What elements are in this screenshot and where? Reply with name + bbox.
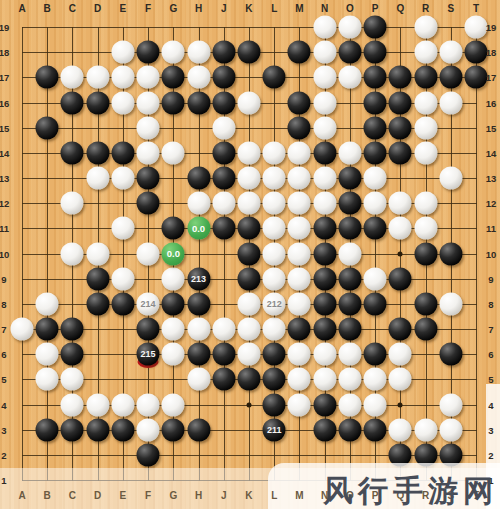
black-stone xyxy=(338,41,361,64)
coord-letter-bottom: K xyxy=(245,490,252,501)
black-stone xyxy=(86,292,109,315)
white-stone xyxy=(237,141,260,164)
white-stone xyxy=(313,343,336,366)
black-stone xyxy=(364,116,387,139)
move-number-label: 213 xyxy=(191,274,206,283)
coord-number-right: 9 xyxy=(488,273,493,284)
white-stone xyxy=(263,242,286,265)
white-stone xyxy=(162,343,185,366)
white-stone xyxy=(263,141,286,164)
black-stone xyxy=(263,393,286,416)
white-stone xyxy=(364,368,387,391)
black-stone xyxy=(464,66,487,89)
black-stone xyxy=(364,418,387,441)
black-stone xyxy=(364,41,387,64)
white-stone xyxy=(61,393,84,416)
black-stone xyxy=(86,267,109,290)
black-stone xyxy=(313,267,336,290)
white-stone xyxy=(414,217,437,240)
white-stone xyxy=(137,393,160,416)
white-stone xyxy=(288,368,311,391)
coord-number-left: 12 xyxy=(0,198,9,209)
white-stone xyxy=(439,91,462,114)
go-board-screenshot: 2112122132142150.00.0 AABBCCDDEEFFGGHHJJ… xyxy=(0,0,500,509)
coord-number-right: 12 xyxy=(486,198,497,209)
black-stone xyxy=(162,91,185,114)
black-stone xyxy=(389,318,412,341)
coord-letter-bottom: H xyxy=(195,490,202,501)
hoshi-point xyxy=(246,402,251,407)
black-stone xyxy=(187,167,210,190)
white-stone xyxy=(439,167,462,190)
white-stone xyxy=(137,242,160,265)
black-stone xyxy=(364,292,387,315)
score-marker-label: 0.0 xyxy=(192,224,205,234)
white-stone xyxy=(414,418,437,441)
black-stone-move-213: 213 xyxy=(187,267,210,290)
white-stone xyxy=(187,318,210,341)
white-stone xyxy=(439,418,462,441)
coord-number-right: 16 xyxy=(486,97,497,108)
white-stone xyxy=(237,91,260,114)
coord-number-right: 3 xyxy=(488,424,493,435)
black-stone xyxy=(313,292,336,315)
white-stone xyxy=(162,393,185,416)
black-stone xyxy=(36,66,59,89)
black-stone xyxy=(364,141,387,164)
black-stone xyxy=(288,91,311,114)
black-stone xyxy=(313,217,336,240)
white-stone xyxy=(137,66,160,89)
black-stone xyxy=(137,318,160,341)
black-stone xyxy=(187,292,210,315)
white-stone xyxy=(111,41,134,64)
white-stone xyxy=(414,116,437,139)
black-stone xyxy=(187,91,210,114)
black-stone xyxy=(61,91,84,114)
coord-number-right: 11 xyxy=(486,223,496,234)
white-stone xyxy=(389,368,412,391)
coord-letter-top: C xyxy=(69,3,76,14)
white-stone xyxy=(212,116,235,139)
black-stone xyxy=(212,343,235,366)
black-stone xyxy=(338,192,361,215)
white-stone xyxy=(111,393,134,416)
coord-number-right: 2 xyxy=(488,449,493,460)
black-stone xyxy=(61,318,84,341)
black-stone xyxy=(212,91,235,114)
watermark-text: 风行手游网 xyxy=(323,471,498,509)
black-stone-move-211: 211 xyxy=(263,418,286,441)
white-stone xyxy=(439,393,462,416)
white-stone xyxy=(313,16,336,39)
white-stone xyxy=(439,292,462,315)
white-stone xyxy=(263,267,286,290)
white-stone xyxy=(11,318,34,341)
white-stone xyxy=(137,116,160,139)
coord-number-right: 19 xyxy=(486,22,497,33)
white-stone xyxy=(288,141,311,164)
coord-letter-top: M xyxy=(295,3,303,14)
white-stone xyxy=(237,318,260,341)
black-stone xyxy=(237,217,260,240)
white-stone xyxy=(313,66,336,89)
coord-letter-bottom: E xyxy=(120,490,127,501)
white-stone xyxy=(137,141,160,164)
black-stone xyxy=(364,91,387,114)
black-stone xyxy=(187,343,210,366)
white-stone xyxy=(288,167,311,190)
white-stone xyxy=(237,343,260,366)
coord-number-right: 10 xyxy=(486,248,497,259)
coord-number-left: 18 xyxy=(0,47,9,58)
move-number-label: 214 xyxy=(141,299,156,308)
white-stone xyxy=(313,41,336,64)
black-stone xyxy=(313,318,336,341)
black-stone xyxy=(313,418,336,441)
black-stone xyxy=(389,267,412,290)
white-stone xyxy=(212,318,235,341)
white-stone xyxy=(111,217,134,240)
coord-number-right: 5 xyxy=(488,374,493,385)
white-stone xyxy=(86,167,109,190)
white-stone xyxy=(288,242,311,265)
hoshi-point xyxy=(398,251,403,256)
white-stone xyxy=(313,91,336,114)
coord-number-right: 15 xyxy=(486,122,497,133)
white-stone xyxy=(338,343,361,366)
white-stone xyxy=(414,16,437,39)
white-stone xyxy=(237,167,260,190)
white-stone xyxy=(439,41,462,64)
coord-number-left: 17 xyxy=(0,72,9,83)
black-stone xyxy=(111,292,134,315)
black-stone xyxy=(137,443,160,466)
black-stone xyxy=(439,66,462,89)
coord-number-left: 3 xyxy=(1,424,6,435)
black-stone xyxy=(61,418,84,441)
coord-letter-bottom: A xyxy=(18,490,25,501)
coord-letter-top: B xyxy=(44,3,51,14)
white-stone xyxy=(313,167,336,190)
coord-letter-top: J xyxy=(221,3,227,14)
black-stone xyxy=(338,217,361,240)
white-stone xyxy=(111,91,134,114)
white-stone xyxy=(288,393,311,416)
white-stone xyxy=(61,192,84,215)
coord-letter-top: O xyxy=(346,3,354,14)
white-stone xyxy=(212,192,235,215)
white-stone xyxy=(338,368,361,391)
white-stone xyxy=(263,167,286,190)
black-stone xyxy=(364,217,387,240)
black-stone xyxy=(137,41,160,64)
coord-letter-bottom: L xyxy=(271,490,277,501)
coord-letter-bottom: J xyxy=(221,490,227,501)
white-stone xyxy=(414,91,437,114)
white-stone xyxy=(338,16,361,39)
white-stone-move-214: 214 xyxy=(137,292,160,315)
coord-number-left: 2 xyxy=(1,449,6,460)
black-stone xyxy=(162,418,185,441)
coord-letter-bottom: B xyxy=(44,490,51,501)
black-stone xyxy=(288,318,311,341)
black-stone xyxy=(288,41,311,64)
black-stone xyxy=(414,318,437,341)
white-stone xyxy=(389,217,412,240)
coord-letter-bottom: F xyxy=(145,490,151,501)
white-stone xyxy=(263,217,286,240)
black-stone xyxy=(36,418,59,441)
score-marker-stone: 0.0 xyxy=(187,217,210,240)
black-stone-move-215: 215 xyxy=(137,343,160,366)
black-stone xyxy=(212,217,235,240)
white-stone xyxy=(61,66,84,89)
coord-letter-top: H xyxy=(195,3,202,14)
black-stone xyxy=(439,343,462,366)
white-stone xyxy=(313,192,336,215)
white-stone xyxy=(338,66,361,89)
white-stone xyxy=(187,41,210,64)
white-stone xyxy=(414,41,437,64)
white-stone xyxy=(61,368,84,391)
black-stone xyxy=(389,91,412,114)
coord-number-left: 10 xyxy=(0,248,9,259)
coord-letter-top: R xyxy=(422,3,429,14)
coord-letter-top: F xyxy=(145,3,151,14)
coord-number-left: 1 xyxy=(1,475,6,486)
black-stone xyxy=(338,418,361,441)
white-stone xyxy=(414,141,437,164)
coord-number-left: 4 xyxy=(1,399,6,410)
white-stone xyxy=(364,267,387,290)
black-stone xyxy=(263,66,286,89)
black-stone xyxy=(414,242,437,265)
black-stone xyxy=(338,267,361,290)
black-stone xyxy=(137,167,160,190)
black-stone xyxy=(288,116,311,139)
white-stone xyxy=(162,267,185,290)
white-stone xyxy=(137,418,160,441)
white-stone xyxy=(162,318,185,341)
white-stone xyxy=(187,192,210,215)
white-stone xyxy=(61,242,84,265)
black-stone xyxy=(237,242,260,265)
move-number-label: 211 xyxy=(267,425,282,434)
white-stone xyxy=(364,167,387,190)
coord-number-right: 6 xyxy=(488,349,493,360)
black-stone xyxy=(237,41,260,64)
white-stone xyxy=(288,292,311,315)
black-stone xyxy=(263,368,286,391)
coord-number-right: 13 xyxy=(486,173,497,184)
score-marker-stone: 0.0 xyxy=(162,242,185,265)
white-stone xyxy=(111,66,134,89)
white-stone xyxy=(36,368,59,391)
black-stone xyxy=(364,66,387,89)
coord-number-left: 13 xyxy=(0,173,9,184)
coord-letter-top: P xyxy=(372,3,379,14)
white-stone xyxy=(389,343,412,366)
black-stone xyxy=(36,116,59,139)
coord-letter-top: L xyxy=(271,3,277,14)
black-stone xyxy=(187,418,210,441)
white-stone xyxy=(414,192,437,215)
black-stone xyxy=(162,217,185,240)
coord-number-left: 7 xyxy=(1,324,6,335)
white-stone xyxy=(288,343,311,366)
black-stone xyxy=(414,292,437,315)
coord-letter-bottom: C xyxy=(69,490,76,501)
hoshi-point xyxy=(398,402,403,407)
coord-number-left: 9 xyxy=(1,273,6,284)
white-stone xyxy=(364,393,387,416)
coord-number-left: 14 xyxy=(0,147,9,158)
black-stone xyxy=(111,418,134,441)
white-stone xyxy=(86,66,109,89)
black-stone xyxy=(389,116,412,139)
black-stone xyxy=(237,368,260,391)
coord-letter-top: K xyxy=(245,3,252,14)
white-stone xyxy=(263,318,286,341)
black-stone xyxy=(61,141,84,164)
coord-number-left: 19 xyxy=(0,22,9,33)
score-marker-label: 0.0 xyxy=(167,249,180,259)
white-stone xyxy=(36,343,59,366)
coord-number-left: 16 xyxy=(0,97,9,108)
coord-letter-top: T xyxy=(473,3,479,14)
coord-letter-top: G xyxy=(169,3,177,14)
white-stone xyxy=(237,292,260,315)
black-stone xyxy=(263,343,286,366)
white-stone xyxy=(162,141,185,164)
coord-number-right: 14 xyxy=(486,147,497,158)
black-stone xyxy=(338,318,361,341)
white-stone xyxy=(338,242,361,265)
black-stone xyxy=(212,66,235,89)
white-stone xyxy=(364,192,387,215)
coord-number-right: 7 xyxy=(488,324,493,335)
white-stone xyxy=(288,217,311,240)
white-stone xyxy=(187,66,210,89)
white-stone xyxy=(288,192,311,215)
white-stone xyxy=(187,368,210,391)
coord-letter-top: N xyxy=(321,3,328,14)
black-stone xyxy=(86,141,109,164)
white-stone xyxy=(263,192,286,215)
coord-number-left: 6 xyxy=(1,349,6,360)
coord-letter-bottom: D xyxy=(94,490,101,501)
coord-number-right: 18 xyxy=(486,47,497,58)
black-stone xyxy=(389,141,412,164)
white-stone xyxy=(111,167,134,190)
white-stone xyxy=(389,192,412,215)
black-stone xyxy=(237,267,260,290)
black-stone xyxy=(111,141,134,164)
black-stone xyxy=(162,66,185,89)
black-stone xyxy=(86,418,109,441)
black-stone xyxy=(338,292,361,315)
coord-number-left: 8 xyxy=(1,298,6,309)
coord-number-left: 15 xyxy=(0,122,9,133)
white-stone-move-212: 212 xyxy=(263,292,286,315)
white-stone xyxy=(137,91,160,114)
white-stone xyxy=(338,141,361,164)
coord-letter-top: E xyxy=(120,3,127,14)
white-stone xyxy=(237,192,260,215)
black-stone xyxy=(364,16,387,39)
black-stone xyxy=(36,318,59,341)
coord-letter-bottom: G xyxy=(169,490,177,501)
black-stone xyxy=(212,368,235,391)
white-stone xyxy=(86,242,109,265)
move-number-label: 212 xyxy=(267,299,282,308)
black-stone xyxy=(389,66,412,89)
coord-number-left: 5 xyxy=(1,374,6,385)
white-stone xyxy=(86,393,109,416)
black-stone xyxy=(414,66,437,89)
black-stone xyxy=(338,167,361,190)
white-stone xyxy=(288,267,311,290)
white-stone xyxy=(389,418,412,441)
grid-line-vertical xyxy=(476,27,477,481)
black-stone xyxy=(439,242,462,265)
white-stone xyxy=(338,393,361,416)
black-stone xyxy=(212,167,235,190)
white-stone xyxy=(313,368,336,391)
black-stone xyxy=(162,292,185,315)
move-number-label: 215 xyxy=(141,350,156,359)
white-stone xyxy=(36,292,59,315)
black-stone xyxy=(61,343,84,366)
black-stone xyxy=(313,141,336,164)
black-stone xyxy=(212,41,235,64)
coord-number-left: 11 xyxy=(0,223,9,234)
coord-number-right: 8 xyxy=(488,298,493,309)
white-stone xyxy=(111,267,134,290)
coord-number-right: 17 xyxy=(486,72,497,83)
black-stone xyxy=(313,393,336,416)
coord-letter-top: D xyxy=(94,3,101,14)
coord-number-right: 4 xyxy=(488,399,493,410)
black-stone xyxy=(137,192,160,215)
white-stone xyxy=(313,116,336,139)
black-stone xyxy=(313,242,336,265)
coord-letter-top: S xyxy=(447,3,454,14)
black-stone xyxy=(212,141,235,164)
black-stone xyxy=(464,41,487,64)
white-stone xyxy=(162,41,185,64)
coord-letter-bottom: M xyxy=(295,490,303,501)
coord-letter-top: Q xyxy=(396,3,404,14)
coord-letter-top: A xyxy=(18,3,25,14)
black-stone xyxy=(364,343,387,366)
black-stone xyxy=(86,91,109,114)
white-stone xyxy=(464,16,487,39)
